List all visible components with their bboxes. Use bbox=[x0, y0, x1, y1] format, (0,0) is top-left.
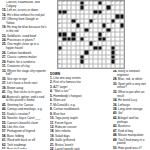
cell-number: 37 bbox=[102, 28, 104, 30]
cell-number: 48 bbox=[63, 41, 65, 43]
cell-number: 50 bbox=[71, 41, 73, 43]
cell-number: 61 bbox=[98, 50, 100, 52]
cell-number: 11 bbox=[115, 1, 117, 3]
cell-number: 46 bbox=[107, 37, 109, 39]
cell-number: 23 bbox=[98, 14, 100, 16]
cell-number: 34 bbox=[58, 28, 60, 30]
cell-number: 64 bbox=[85, 54, 87, 56]
cell-number: 3 bbox=[67, 1, 68, 3]
cell-number: 18 bbox=[102, 10, 104, 12]
cell-number: 28 bbox=[58, 23, 60, 25]
cell-number: 26 bbox=[93, 19, 95, 21]
clue-item: 33. Where the stage-shy reporter hid? bbox=[2, 70, 47, 78]
grid-cell[interactable] bbox=[120, 64, 124, 68]
cell-number: 65 bbox=[115, 54, 117, 56]
across-clue-list: 15. Left on, across or down16. He's blue… bbox=[2, 9, 47, 149]
cell-number: 67 bbox=[85, 59, 87, 61]
cell-number: 22 bbox=[93, 14, 95, 16]
crossword-grid: 1234567891011121314151617181920212223242… bbox=[57, 0, 125, 69]
clue-item: 25. One might clean up in a hippie hoste… bbox=[2, 43, 47, 51]
cell-number: 20 bbox=[58, 14, 60, 16]
cell-number: 7 bbox=[89, 1, 90, 3]
across-clues-column: Cancun, Kalamazoo, and Calgary 15. Left … bbox=[2, 1, 47, 149]
cell-number: 57 bbox=[115, 45, 117, 47]
cell-number: 58 bbox=[58, 50, 60, 52]
cell-number: 24 bbox=[58, 19, 60, 21]
cell-number: 17 bbox=[80, 10, 82, 12]
cell-number: 9 bbox=[102, 1, 103, 3]
cell-number: 6 bbox=[85, 1, 86, 3]
cell-number: 49 bbox=[67, 41, 69, 43]
clue-item: 44. Autocrat's option, and a nod to this… bbox=[2, 96, 47, 104]
cell-number: 21 bbox=[63, 14, 65, 16]
clue-item: 22. Laurel wreath spot bbox=[50, 148, 109, 150]
cell-number: 56 bbox=[102, 45, 104, 47]
cell-number: 32 bbox=[107, 23, 109, 25]
cell-number: 19 bbox=[107, 10, 109, 12]
clue-item: 19. He may be blue because he's in the r… bbox=[2, 26, 47, 34]
cell-number: 55 bbox=[89, 45, 91, 47]
cell-number: 40 bbox=[76, 32, 78, 34]
cell-number: 36 bbox=[89, 28, 91, 30]
cell-number: 13 bbox=[58, 5, 60, 7]
cell-number: 53 bbox=[102, 41, 104, 43]
cell-number: 8 bbox=[93, 1, 94, 3]
cell-number: 5 bbox=[76, 1, 77, 3]
down-clue-list-1: 1. Like one-way streets2. First of a fam… bbox=[50, 77, 109, 150]
cell-number: 63 bbox=[58, 54, 60, 56]
cell-number: 68 bbox=[115, 59, 117, 61]
cell-number: 66 bbox=[58, 59, 60, 61]
cell-number: 16 bbox=[67, 10, 69, 12]
down-clues-column-2: 26. Many a software engineer28. Blue, re… bbox=[113, 70, 149, 150]
cell-number: 44 bbox=[58, 37, 60, 39]
cell-number: 29 bbox=[71, 23, 73, 25]
cell-number: 25 bbox=[76, 19, 78, 21]
cell-number: 45 bbox=[85, 37, 87, 39]
cell-number: 54 bbox=[63, 45, 65, 47]
cell-number: 42 bbox=[102, 32, 104, 34]
clue-item: 63. Beer hall order bbox=[2, 148, 47, 149]
cell-number: 59 bbox=[89, 50, 91, 52]
cell-number: 60 bbox=[93, 50, 95, 52]
cell-number: 1 bbox=[58, 1, 59, 3]
cell-number: 2 bbox=[63, 1, 64, 3]
cell-number: 12 bbox=[120, 1, 122, 3]
down-clue-list-2: 26. Many a software engineer28. Blue, re… bbox=[113, 70, 149, 150]
cell-number: 31 bbox=[89, 23, 91, 25]
cell-number: 62 bbox=[115, 50, 117, 52]
cell-number: 30 bbox=[80, 23, 82, 25]
cell-number: 33 bbox=[111, 23, 113, 25]
cell-number: 15 bbox=[111, 5, 113, 7]
cell-number: 4 bbox=[71, 1, 72, 3]
cell-number: 27 bbox=[115, 19, 117, 21]
cell-number: 35 bbox=[76, 28, 78, 30]
cell-number: 39 bbox=[120, 28, 122, 30]
cell-number: 47 bbox=[58, 41, 60, 43]
cell-number: 10 bbox=[111, 1, 113, 3]
cell-number: 41 bbox=[85, 32, 87, 34]
cell-number: 52 bbox=[93, 41, 95, 43]
cell-number: 51 bbox=[80, 41, 82, 43]
cell-number: 69 bbox=[58, 63, 60, 65]
clue-item: 49. You'll find many in a pound bbox=[113, 139, 149, 147]
down-clues-column-1: DOWN 1. Like one-way streets2. First of … bbox=[50, 72, 109, 150]
cell-number: 14 bbox=[85, 5, 87, 7]
cell-number: 38 bbox=[111, 28, 113, 30]
cell-number: 43 bbox=[107, 32, 109, 34]
